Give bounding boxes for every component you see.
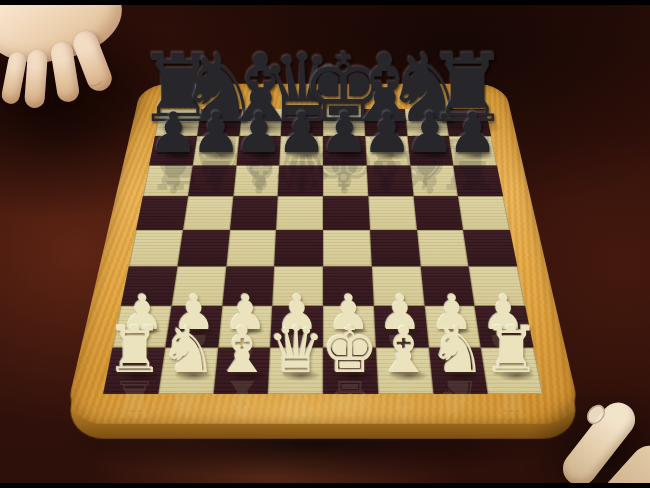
- white-queen-glyph: ♛: [267, 318, 324, 382]
- letterbox-top: [0, 0, 650, 5]
- opponent-fingertip: [530, 368, 650, 488]
- white-knight-glyph: ♞: [429, 318, 486, 382]
- square-h4[interactable]: [463, 230, 517, 266]
- square-b4[interactable]: [177, 230, 229, 266]
- player-hand: [0, 0, 170, 150]
- black-pawn-glyph: ♟: [447, 105, 497, 161]
- white-king-glyph: ♚: [321, 318, 378, 382]
- white-knight-glyph: ♞: [160, 318, 217, 382]
- square-e4[interactable]: [323, 230, 372, 266]
- white-rook-glyph: ♜: [106, 318, 163, 382]
- square-c4[interactable]: [226, 230, 276, 266]
- white-bishop-glyph: ♝: [375, 318, 432, 382]
- game-scene: ♜♜♞♞♝♝♛♛♚♚♝♝♞♞♜♜♟♟♟♟♟♟♟♟♟♟♟♟♟♟♟♟♟♟♟♟♟♟♟♟…: [0, 0, 650, 488]
- hand-ring-finger: [24, 49, 48, 108]
- square-d4[interactable]: [274, 230, 323, 266]
- white-bishop-glyph: ♝: [214, 318, 271, 382]
- letterbox-bottom: [0, 483, 650, 488]
- square-f4[interactable]: [370, 230, 420, 266]
- square-g4[interactable]: [417, 230, 469, 266]
- square-a4[interactable]: [129, 230, 183, 266]
